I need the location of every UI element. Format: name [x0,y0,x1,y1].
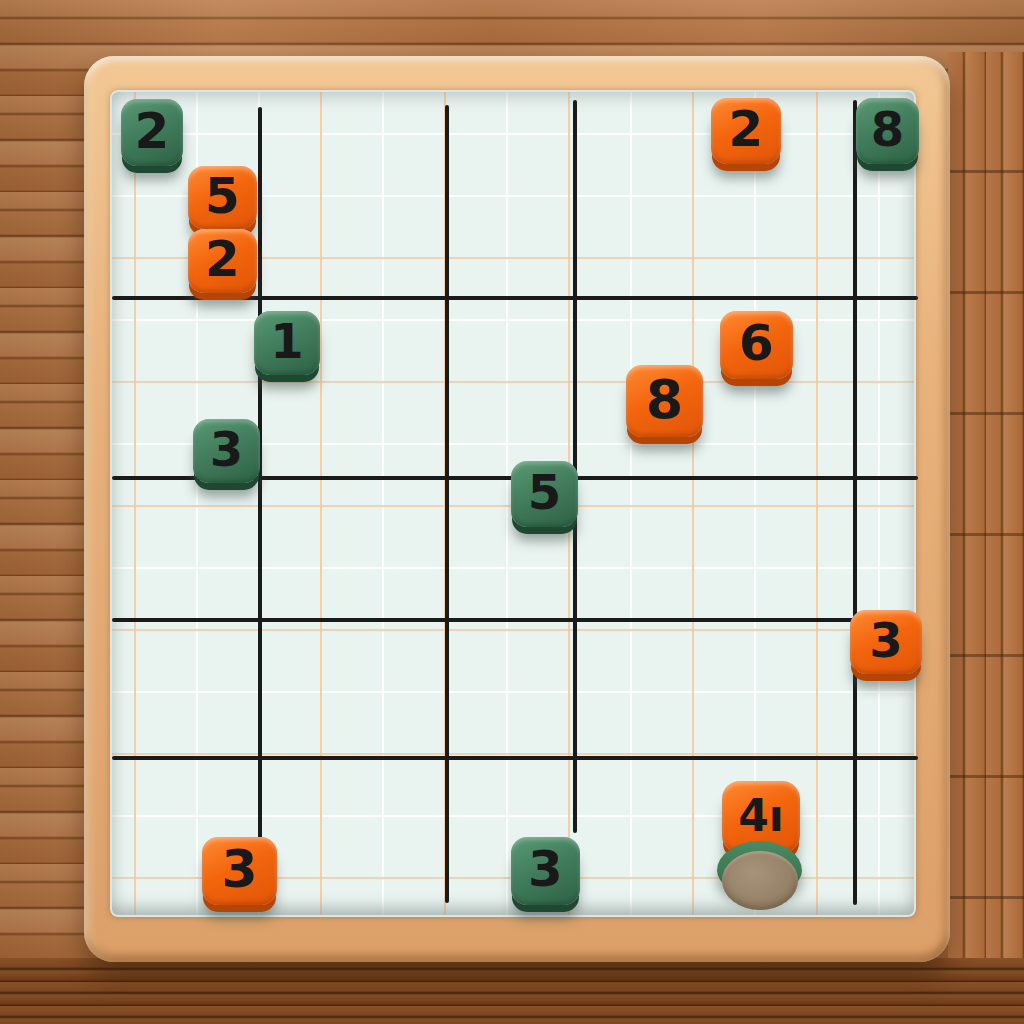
tile-green-1[interactable]: 1 [254,311,320,375]
tile-number: 5 [205,167,240,225]
box-line-vertical-4 [853,100,857,905]
box-line-vertical-1 [258,107,262,905]
tile-number: 3 [869,612,902,668]
scene: 2 5 2 2 8 1 6 8 3 5 3 3 3 4ı [0,0,1024,1024]
tile-number: 4ı [738,790,784,841]
tile-number: 3 [528,840,563,898]
tile-green-5-center[interactable]: 5 [511,461,578,527]
tile-number: 2 [135,102,170,160]
tile-orange-6[interactable]: 6 [720,311,793,379]
tile-orange-2-stacked[interactable]: 2 [188,229,257,293]
tile-green-8-top-right[interactable]: 8 [856,98,919,164]
tile-orange-3-right[interactable]: 3 [850,610,922,674]
cylinder-face [722,851,798,910]
tile-green-3-left[interactable]: 3 [193,419,260,483]
box-line-vertical-2 [445,105,449,903]
box-line-horizontal-4 [112,756,918,760]
box-line-horizontal-1 [112,296,918,300]
tile-green-2-top-left[interactable]: 2 [121,99,183,166]
tile-number: 5 [528,464,561,520]
wood-bottom-strip [0,958,1024,1024]
mystery-piece[interactable]: 4ı [717,781,802,911]
tile-orange-2-top[interactable]: 2 [711,98,781,164]
tile-number: 6 [739,314,774,372]
tile-number: 2 [205,230,240,288]
tile-orange-5[interactable]: 5 [188,166,257,229]
box-line-horizontal-3 [112,618,855,622]
tile-orange-3-bottom-left[interactable]: 3 [202,837,277,905]
tile-number: 1 [270,313,303,369]
tile-number: 2 [729,100,764,158]
tile-green-3-bottom-middle[interactable]: 3 [511,837,580,905]
tile-number: 8 [871,101,904,157]
tile-number: 8 [646,368,684,431]
tile-number: 3 [221,839,257,899]
tile-number: 3 [210,421,243,477]
tile-orange-8[interactable]: 8 [626,365,703,437]
wood-right-strip [948,52,1024,964]
